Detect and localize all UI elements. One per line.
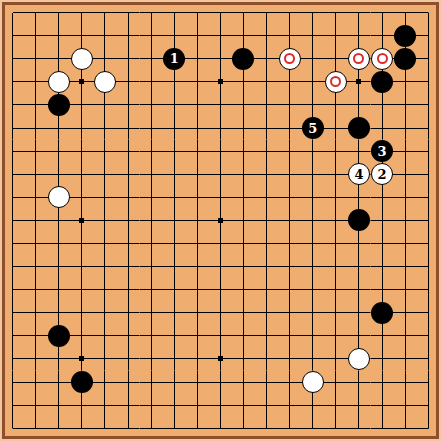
point-2-8[interactable] <box>47 186 70 209</box>
point-5-13[interactable] <box>116 301 139 324</box>
point-9-10[interactable] <box>209 232 232 255</box>
point-12-3[interactable] <box>278 70 301 93</box>
point-5-7[interactable] <box>116 163 139 186</box>
point-18-11[interactable] <box>417 255 440 278</box>
point-0-0[interactable] <box>1 1 24 24</box>
point-2-15[interactable] <box>47 347 70 370</box>
point-3-16[interactable] <box>70 371 93 394</box>
point-17-8[interactable] <box>394 186 417 209</box>
point-4-9[interactable] <box>93 209 116 232</box>
point-6-16[interactable] <box>140 371 163 394</box>
point-4-5[interactable] <box>93 116 116 139</box>
point-9-4[interactable] <box>209 93 232 116</box>
point-17-16[interactable] <box>394 371 417 394</box>
point-7-2[interactable]: 1 <box>163 47 186 70</box>
point-12-5[interactable] <box>278 116 301 139</box>
point-14-6[interactable] <box>324 140 347 163</box>
point-0-17[interactable] <box>1 394 24 417</box>
point-4-15[interactable] <box>93 347 116 370</box>
point-0-9[interactable] <box>1 209 24 232</box>
point-16-2[interactable] <box>371 47 394 70</box>
point-15-9[interactable] <box>347 209 370 232</box>
point-3-14[interactable] <box>70 324 93 347</box>
point-14-4[interactable] <box>324 93 347 116</box>
point-16-1[interactable] <box>371 24 394 47</box>
point-1-2[interactable] <box>24 47 47 70</box>
point-1-6[interactable] <box>24 140 47 163</box>
point-14-18[interactable] <box>324 417 347 440</box>
point-17-4[interactable] <box>394 93 417 116</box>
point-7-0[interactable] <box>163 1 186 24</box>
point-13-3[interactable] <box>301 70 324 93</box>
point-9-16[interactable] <box>209 371 232 394</box>
point-12-8[interactable] <box>278 186 301 209</box>
point-11-1[interactable] <box>255 24 278 47</box>
point-4-11[interactable] <box>93 255 116 278</box>
point-18-0[interactable] <box>417 1 440 24</box>
point-16-7[interactable]: 2 <box>371 163 394 186</box>
point-10-4[interactable] <box>232 93 255 116</box>
point-15-8[interactable] <box>347 186 370 209</box>
point-3-9[interactable] <box>70 209 93 232</box>
point-11-17[interactable] <box>255 394 278 417</box>
point-8-11[interactable] <box>186 255 209 278</box>
point-16-9[interactable] <box>371 209 394 232</box>
point-8-10[interactable] <box>186 232 209 255</box>
point-0-18[interactable] <box>1 417 24 440</box>
point-13-5[interactable]: 5 <box>301 116 324 139</box>
point-10-2[interactable] <box>232 47 255 70</box>
point-14-17[interactable] <box>324 394 347 417</box>
point-10-1[interactable] <box>232 24 255 47</box>
point-2-18[interactable] <box>47 417 70 440</box>
point-12-18[interactable] <box>278 417 301 440</box>
point-15-0[interactable] <box>347 1 370 24</box>
point-5-12[interactable] <box>116 278 139 301</box>
point-7-16[interactable] <box>163 371 186 394</box>
point-17-12[interactable] <box>394 278 417 301</box>
point-7-8[interactable] <box>163 186 186 209</box>
point-2-12[interactable] <box>47 278 70 301</box>
point-6-11[interactable] <box>140 255 163 278</box>
point-7-3[interactable] <box>163 70 186 93</box>
point-8-7[interactable] <box>186 163 209 186</box>
point-15-7[interactable]: 4 <box>347 163 370 186</box>
point-13-13[interactable] <box>301 301 324 324</box>
point-10-9[interactable] <box>232 209 255 232</box>
point-14-2[interactable] <box>324 47 347 70</box>
point-0-11[interactable] <box>1 255 24 278</box>
point-5-4[interactable] <box>116 93 139 116</box>
point-17-17[interactable] <box>394 394 417 417</box>
point-5-17[interactable] <box>116 394 139 417</box>
point-2-7[interactable] <box>47 163 70 186</box>
point-0-16[interactable] <box>1 371 24 394</box>
point-16-10[interactable] <box>371 232 394 255</box>
point-17-1[interactable] <box>394 24 417 47</box>
point-6-17[interactable] <box>140 394 163 417</box>
point-6-0[interactable] <box>140 1 163 24</box>
point-17-5[interactable] <box>394 116 417 139</box>
point-13-1[interactable] <box>301 24 324 47</box>
point-3-15[interactable] <box>70 347 93 370</box>
point-2-14[interactable] <box>47 324 70 347</box>
point-10-0[interactable] <box>232 1 255 24</box>
point-5-11[interactable] <box>116 255 139 278</box>
point-9-15[interactable] <box>209 347 232 370</box>
point-17-2[interactable] <box>394 47 417 70</box>
point-2-2[interactable] <box>47 47 70 70</box>
point-8-6[interactable] <box>186 140 209 163</box>
point-14-12[interactable] <box>324 278 347 301</box>
point-18-15[interactable] <box>417 347 440 370</box>
point-18-8[interactable] <box>417 186 440 209</box>
point-18-4[interactable] <box>417 93 440 116</box>
point-8-4[interactable] <box>186 93 209 116</box>
point-16-3[interactable] <box>371 70 394 93</box>
point-9-8[interactable] <box>209 186 232 209</box>
point-18-14[interactable] <box>417 324 440 347</box>
point-1-18[interactable] <box>24 417 47 440</box>
point-9-3[interactable] <box>209 70 232 93</box>
point-12-2[interactable] <box>278 47 301 70</box>
point-0-15[interactable] <box>1 347 24 370</box>
point-2-3[interactable] <box>47 70 70 93</box>
point-2-6[interactable] <box>47 140 70 163</box>
point-18-5[interactable] <box>417 116 440 139</box>
point-14-14[interactable] <box>324 324 347 347</box>
point-14-16[interactable] <box>324 371 347 394</box>
point-18-7[interactable] <box>417 163 440 186</box>
point-5-0[interactable] <box>116 1 139 24</box>
point-8-18[interactable] <box>186 417 209 440</box>
point-6-7[interactable] <box>140 163 163 186</box>
point-8-16[interactable] <box>186 371 209 394</box>
point-15-17[interactable] <box>347 394 370 417</box>
point-6-1[interactable] <box>140 24 163 47</box>
point-10-14[interactable] <box>232 324 255 347</box>
point-10-6[interactable] <box>232 140 255 163</box>
point-12-11[interactable] <box>278 255 301 278</box>
point-17-3[interactable] <box>394 70 417 93</box>
point-8-5[interactable] <box>186 116 209 139</box>
point-11-18[interactable] <box>255 417 278 440</box>
point-14-7[interactable] <box>324 163 347 186</box>
point-5-18[interactable] <box>116 417 139 440</box>
point-11-12[interactable] <box>255 278 278 301</box>
point-6-14[interactable] <box>140 324 163 347</box>
point-2-16[interactable] <box>47 371 70 394</box>
point-1-3[interactable] <box>24 70 47 93</box>
point-4-4[interactable] <box>93 93 116 116</box>
point-0-4[interactable] <box>1 93 24 116</box>
point-13-8[interactable] <box>301 186 324 209</box>
point-6-4[interactable] <box>140 93 163 116</box>
point-12-16[interactable] <box>278 371 301 394</box>
point-6-3[interactable] <box>140 70 163 93</box>
point-11-0[interactable] <box>255 1 278 24</box>
point-6-10[interactable] <box>140 232 163 255</box>
point-5-14[interactable] <box>116 324 139 347</box>
point-16-12[interactable] <box>371 278 394 301</box>
point-16-17[interactable] <box>371 394 394 417</box>
point-15-6[interactable] <box>347 140 370 163</box>
point-5-6[interactable] <box>116 140 139 163</box>
point-14-10[interactable] <box>324 232 347 255</box>
point-6-8[interactable] <box>140 186 163 209</box>
point-7-7[interactable] <box>163 163 186 186</box>
point-7-14[interactable] <box>163 324 186 347</box>
point-8-1[interactable] <box>186 24 209 47</box>
point-3-17[interactable] <box>70 394 93 417</box>
point-16-8[interactable] <box>371 186 394 209</box>
point-5-15[interactable] <box>116 347 139 370</box>
point-10-13[interactable] <box>232 301 255 324</box>
point-11-3[interactable] <box>255 70 278 93</box>
point-15-18[interactable] <box>347 417 370 440</box>
point-13-14[interactable] <box>301 324 324 347</box>
point-14-1[interactable] <box>324 24 347 47</box>
point-18-3[interactable] <box>417 70 440 93</box>
point-17-0[interactable] <box>394 1 417 24</box>
point-10-11[interactable] <box>232 255 255 278</box>
point-11-8[interactable] <box>255 186 278 209</box>
point-7-1[interactable] <box>163 24 186 47</box>
point-13-10[interactable] <box>301 232 324 255</box>
point-13-15[interactable] <box>301 347 324 370</box>
point-10-16[interactable] <box>232 371 255 394</box>
point-9-12[interactable] <box>209 278 232 301</box>
point-4-1[interactable] <box>93 24 116 47</box>
point-17-13[interactable] <box>394 301 417 324</box>
point-15-11[interactable] <box>347 255 370 278</box>
point-2-1[interactable] <box>47 24 70 47</box>
point-8-14[interactable] <box>186 324 209 347</box>
point-2-5[interactable] <box>47 116 70 139</box>
point-7-6[interactable] <box>163 140 186 163</box>
point-7-17[interactable] <box>163 394 186 417</box>
point-17-10[interactable] <box>394 232 417 255</box>
point-14-13[interactable] <box>324 301 347 324</box>
point-10-12[interactable] <box>232 278 255 301</box>
point-4-18[interactable] <box>93 417 116 440</box>
point-11-11[interactable] <box>255 255 278 278</box>
point-6-12[interactable] <box>140 278 163 301</box>
point-7-15[interactable] <box>163 347 186 370</box>
point-14-11[interactable] <box>324 255 347 278</box>
point-8-8[interactable] <box>186 186 209 209</box>
point-4-12[interactable] <box>93 278 116 301</box>
point-2-11[interactable] <box>47 255 70 278</box>
point-10-8[interactable] <box>232 186 255 209</box>
point-15-15[interactable] <box>347 347 370 370</box>
point-16-13[interactable] <box>371 301 394 324</box>
point-9-14[interactable] <box>209 324 232 347</box>
point-2-4[interactable] <box>47 93 70 116</box>
point-16-15[interactable] <box>371 347 394 370</box>
point-0-6[interactable] <box>1 140 24 163</box>
point-11-5[interactable] <box>255 116 278 139</box>
point-3-18[interactable] <box>70 417 93 440</box>
point-5-1[interactable] <box>116 24 139 47</box>
point-5-10[interactable] <box>116 232 139 255</box>
point-12-15[interactable] <box>278 347 301 370</box>
point-4-0[interactable] <box>93 1 116 24</box>
point-12-17[interactable] <box>278 394 301 417</box>
point-3-7[interactable] <box>70 163 93 186</box>
point-8-12[interactable] <box>186 278 209 301</box>
point-18-6[interactable] <box>417 140 440 163</box>
point-1-10[interactable] <box>24 232 47 255</box>
point-1-5[interactable] <box>24 116 47 139</box>
point-7-13[interactable] <box>163 301 186 324</box>
point-2-9[interactable] <box>47 209 70 232</box>
point-17-18[interactable] <box>394 417 417 440</box>
point-0-7[interactable] <box>1 163 24 186</box>
point-4-14[interactable] <box>93 324 116 347</box>
point-14-3[interactable] <box>324 70 347 93</box>
point-0-14[interactable] <box>1 324 24 347</box>
point-5-16[interactable] <box>116 371 139 394</box>
point-4-2[interactable] <box>93 47 116 70</box>
point-0-13[interactable] <box>1 301 24 324</box>
point-1-13[interactable] <box>24 301 47 324</box>
point-13-2[interactable] <box>301 47 324 70</box>
point-12-12[interactable] <box>278 278 301 301</box>
point-4-6[interactable] <box>93 140 116 163</box>
point-10-17[interactable] <box>232 394 255 417</box>
point-12-10[interactable] <box>278 232 301 255</box>
point-11-2[interactable] <box>255 47 278 70</box>
point-17-14[interactable] <box>394 324 417 347</box>
point-11-15[interactable] <box>255 347 278 370</box>
point-7-5[interactable] <box>163 116 186 139</box>
point-6-9[interactable] <box>140 209 163 232</box>
point-13-18[interactable] <box>301 417 324 440</box>
point-5-2[interactable] <box>116 47 139 70</box>
point-13-16[interactable] <box>301 371 324 394</box>
point-3-10[interactable] <box>70 232 93 255</box>
point-9-7[interactable] <box>209 163 232 186</box>
point-7-4[interactable] <box>163 93 186 116</box>
point-16-4[interactable] <box>371 93 394 116</box>
point-1-16[interactable] <box>24 371 47 394</box>
point-9-0[interactable] <box>209 1 232 24</box>
point-1-14[interactable] <box>24 324 47 347</box>
point-1-9[interactable] <box>24 209 47 232</box>
point-10-10[interactable] <box>232 232 255 255</box>
point-14-5[interactable] <box>324 116 347 139</box>
point-16-14[interactable] <box>371 324 394 347</box>
point-1-8[interactable] <box>24 186 47 209</box>
point-18-16[interactable] <box>417 371 440 394</box>
point-5-9[interactable] <box>116 209 139 232</box>
point-18-9[interactable] <box>417 209 440 232</box>
point-0-12[interactable] <box>1 278 24 301</box>
point-1-4[interactable] <box>24 93 47 116</box>
point-0-3[interactable] <box>1 70 24 93</box>
point-14-9[interactable] <box>324 209 347 232</box>
point-4-8[interactable] <box>93 186 116 209</box>
point-13-17[interactable] <box>301 394 324 417</box>
point-5-8[interactable] <box>116 186 139 209</box>
point-3-3[interactable] <box>70 70 93 93</box>
point-11-6[interactable] <box>255 140 278 163</box>
point-15-10[interactable] <box>347 232 370 255</box>
point-4-17[interactable] <box>93 394 116 417</box>
point-18-2[interactable] <box>417 47 440 70</box>
point-12-4[interactable] <box>278 93 301 116</box>
point-12-14[interactable] <box>278 324 301 347</box>
point-6-2[interactable] <box>140 47 163 70</box>
point-18-1[interactable] <box>417 24 440 47</box>
point-14-15[interactable] <box>324 347 347 370</box>
point-4-16[interactable] <box>93 371 116 394</box>
point-15-2[interactable] <box>347 47 370 70</box>
point-12-9[interactable] <box>278 209 301 232</box>
point-3-1[interactable] <box>70 24 93 47</box>
point-10-18[interactable] <box>232 417 255 440</box>
point-9-1[interactable] <box>209 24 232 47</box>
point-0-1[interactable] <box>1 24 24 47</box>
point-4-7[interactable] <box>93 163 116 186</box>
point-8-3[interactable] <box>186 70 209 93</box>
point-18-13[interactable] <box>417 301 440 324</box>
point-9-13[interactable] <box>209 301 232 324</box>
point-10-7[interactable] <box>232 163 255 186</box>
point-16-6[interactable]: 3 <box>371 140 394 163</box>
point-14-8[interactable] <box>324 186 347 209</box>
point-6-6[interactable] <box>140 140 163 163</box>
point-17-15[interactable] <box>394 347 417 370</box>
point-12-13[interactable] <box>278 301 301 324</box>
point-7-10[interactable] <box>163 232 186 255</box>
point-16-5[interactable] <box>371 116 394 139</box>
point-15-14[interactable] <box>347 324 370 347</box>
point-11-16[interactable] <box>255 371 278 394</box>
point-13-12[interactable] <box>301 278 324 301</box>
point-5-3[interactable] <box>116 70 139 93</box>
point-15-1[interactable] <box>347 24 370 47</box>
point-12-0[interactable] <box>278 1 301 24</box>
point-15-12[interactable] <box>347 278 370 301</box>
point-10-5[interactable] <box>232 116 255 139</box>
point-3-8[interactable] <box>70 186 93 209</box>
point-0-8[interactable] <box>1 186 24 209</box>
point-15-16[interactable] <box>347 371 370 394</box>
point-12-7[interactable] <box>278 163 301 186</box>
point-15-5[interactable] <box>347 116 370 139</box>
point-15-4[interactable] <box>347 93 370 116</box>
point-13-7[interactable] <box>301 163 324 186</box>
point-4-3[interactable] <box>93 70 116 93</box>
point-13-11[interactable] <box>301 255 324 278</box>
point-8-0[interactable] <box>186 1 209 24</box>
point-4-13[interactable] <box>93 301 116 324</box>
point-9-2[interactable] <box>209 47 232 70</box>
point-13-4[interactable] <box>301 93 324 116</box>
point-6-5[interactable] <box>140 116 163 139</box>
point-12-1[interactable] <box>278 24 301 47</box>
point-18-12[interactable] <box>417 278 440 301</box>
point-9-17[interactable] <box>209 394 232 417</box>
point-1-7[interactable] <box>24 163 47 186</box>
point-13-6[interactable] <box>301 140 324 163</box>
point-6-15[interactable] <box>140 347 163 370</box>
point-11-7[interactable] <box>255 163 278 186</box>
point-18-10[interactable] <box>417 232 440 255</box>
point-3-2[interactable] <box>70 47 93 70</box>
